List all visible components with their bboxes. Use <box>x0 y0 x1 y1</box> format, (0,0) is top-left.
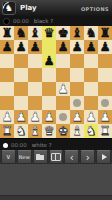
piece-white-pawn[interactable]: ♟ <box>85 110 96 124</box>
piece-white-pawn[interactable]: ♟ <box>15 110 26 124</box>
legal-move-dot[interactable] <box>59 113 67 121</box>
app-logo-icon: ♞ <box>2 1 16 15</box>
chess-board[interactable]: ♜♞♝♛♚♝♞♜♟♟♟♟♟♟♟♟♟♟♟♟♟♟♟♟♜♞♝♛♚♝♞♜ <box>0 26 112 138</box>
square-f8[interactable]: ♝ <box>70 26 84 40</box>
piece-white-pawn[interactable]: ♟ <box>1 110 12 124</box>
square-f6[interactable] <box>70 54 84 68</box>
square-g7[interactable]: ♟ <box>84 40 98 54</box>
square-c2[interactable]: ♟ <box>28 110 42 124</box>
square-g1[interactable]: ♞ <box>84 124 98 138</box>
redo-move-button[interactable]: › <box>80 150 95 164</box>
square-d5[interactable] <box>42 68 56 82</box>
square-b5[interactable] <box>14 68 28 82</box>
black-side-icon <box>3 18 10 25</box>
title-bar: ♞ Play OPTIONS <box>0 0 112 16</box>
square-f3[interactable] <box>70 96 84 110</box>
square-h2[interactable]: ♟ <box>98 110 112 124</box>
square-a4[interactable] <box>0 82 14 96</box>
chess-app-screen: ♞ Play OPTIONS 00:00 black ? ♜♞♝♛♚♝♞♜♟♟♟… <box>0 0 112 200</box>
piece-black-pawn[interactable]: ♟ <box>1 40 12 54</box>
square-a5[interactable] <box>0 68 14 82</box>
piece-white-pawn[interactable]: ♟ <box>29 110 40 124</box>
square-a1[interactable]: ♜ <box>0 124 14 138</box>
square-h6[interactable] <box>98 54 112 68</box>
square-c6[interactable] <box>28 54 42 68</box>
piece-white-bishop[interactable]: ♝ <box>29 124 40 138</box>
square-f5[interactable] <box>70 68 84 82</box>
piece-white-pawn[interactable]: ♟ <box>71 110 82 124</box>
square-g3[interactable] <box>84 96 98 110</box>
piece-white-bishop[interactable]: ♝ <box>71 124 82 138</box>
square-d1[interactable]: ♛ <box>42 124 56 138</box>
square-a3[interactable] <box>0 96 14 110</box>
piece-black-knight[interactable]: ♞ <box>85 26 96 40</box>
piece-black-knight[interactable]: ♞ <box>15 26 26 40</box>
black-clock: 00:00 <box>13 18 29 24</box>
square-h5[interactable] <box>98 68 112 82</box>
square-b1[interactable]: ♞ <box>14 124 28 138</box>
square-c7[interactable]: ♟ <box>28 40 42 54</box>
piece-black-queen[interactable]: ♛ <box>43 26 54 40</box>
piece-black-pawn[interactable]: ♟ <box>29 40 40 54</box>
square-a7[interactable]: ♟ <box>0 40 14 54</box>
piece-white-knight[interactable]: ♞ <box>15 124 26 138</box>
square-b4[interactable] <box>14 82 28 96</box>
square-g6[interactable] <box>84 54 98 68</box>
square-d4[interactable] <box>42 82 56 96</box>
square-f1[interactable]: ♝ <box>70 124 84 138</box>
square-g5[interactable] <box>84 68 98 82</box>
square-a6[interactable] <box>0 54 14 68</box>
square-d6[interactable]: ♟ <box>42 54 56 68</box>
square-g2[interactable]: ♟ <box>84 110 98 124</box>
legal-move-dot[interactable] <box>101 99 109 107</box>
load-save-button[interactable] <box>33 150 48 164</box>
bottom-strip <box>0 195 112 200</box>
square-b7[interactable]: ♟ <box>14 40 28 54</box>
square-c8[interactable]: ♝ <box>28 26 42 40</box>
piece-black-bishop[interactable]: ♝ <box>71 26 82 40</box>
piece-white-pawn[interactable]: ♟ <box>43 110 54 124</box>
square-g8[interactable]: ♞ <box>84 26 98 40</box>
piece-black-pawn[interactable]: ♟ <box>99 40 110 54</box>
piece-black-pawn[interactable]: ♟ <box>57 40 68 54</box>
square-e4[interactable]: ♟ <box>56 82 70 96</box>
piece-black-pawn[interactable]: ♟ <box>43 54 54 68</box>
square-e8[interactable]: ♚ <box>56 26 70 40</box>
piece-white-king[interactable]: ♚ <box>57 124 68 138</box>
collapse-toolbar-button[interactable]: ∨ <box>1 150 16 164</box>
square-h1[interactable]: ♜ <box>98 124 112 138</box>
square-c3[interactable] <box>28 96 42 110</box>
square-h8[interactable]: ♜ <box>98 26 112 40</box>
play-on-button[interactable] <box>96 150 111 164</box>
piece-black-rook[interactable]: ♜ <box>99 26 110 40</box>
square-e5[interactable] <box>56 68 70 82</box>
game-book-button[interactable] <box>49 150 64 164</box>
square-e1[interactable]: ♚ <box>56 124 70 138</box>
bottom-filler-panel <box>0 164 112 195</box>
piece-black-rook[interactable]: ♜ <box>1 26 12 40</box>
piece-white-rook[interactable]: ♜ <box>1 124 12 138</box>
square-f7[interactable]: ♟ <box>70 40 84 54</box>
square-b6[interactable] <box>14 54 28 68</box>
options-button[interactable]: OPTIONS <box>81 6 109 12</box>
square-f2[interactable]: ♟ <box>70 110 84 124</box>
square-b2[interactable]: ♟ <box>14 110 28 124</box>
chevron-left-icon: ‹ <box>70 152 74 163</box>
square-h3[interactable] <box>98 96 112 110</box>
piece-white-pawn[interactable]: ♟ <box>57 82 68 96</box>
chevron-right-icon: › <box>86 152 90 163</box>
piece-black-bishop[interactable]: ♝ <box>29 26 40 40</box>
page-title: Play <box>20 4 37 12</box>
chevron-down-icon: ∨ <box>6 151 11 163</box>
logo-swoosh <box>1 0 18 16</box>
black-player-name: black ? <box>34 18 53 24</box>
piece-white-queen[interactable]: ♛ <box>43 124 54 138</box>
square-g4[interactable] <box>84 82 98 96</box>
square-e2[interactable] <box>56 110 70 124</box>
square-h4[interactable] <box>98 82 112 96</box>
square-d7[interactable] <box>42 40 56 54</box>
piece-black-pawn[interactable]: ♟ <box>15 40 26 54</box>
piece-white-knight[interactable]: ♞ <box>85 124 96 138</box>
square-e7[interactable]: ♟ <box>56 40 70 54</box>
square-f4[interactable] <box>70 82 84 96</box>
piece-black-king[interactable]: ♚ <box>57 26 68 40</box>
square-e3[interactable] <box>56 96 70 110</box>
square-b8[interactable]: ♞ <box>14 26 28 40</box>
white-clock: 00:00 <box>11 142 27 148</box>
game-toolbar: ∨New‹› <box>0 150 112 164</box>
square-a8[interactable]: ♜ <box>0 26 14 40</box>
legal-move-dot[interactable] <box>73 99 81 107</box>
square-h7[interactable]: ♟ <box>98 40 112 54</box>
play-flag-icon <box>102 154 107 160</box>
square-c5[interactable] <box>28 68 42 82</box>
white-player-name: white ? <box>32 142 52 148</box>
folder-icon <box>36 155 44 160</box>
book-icon <box>51 153 61 161</box>
piece-black-pawn[interactable]: ♟ <box>71 40 82 54</box>
square-c1[interactable]: ♝ <box>28 124 42 138</box>
new-game-button[interactable]: New <box>17 150 32 164</box>
piece-white-pawn[interactable]: ♟ <box>99 110 110 124</box>
square-d3[interactable] <box>42 96 56 110</box>
square-c4[interactable] <box>28 82 42 96</box>
piece-white-rook[interactable]: ♜ <box>99 124 110 138</box>
square-d2[interactable]: ♟ <box>42 110 56 124</box>
undo-move-button[interactable]: ‹ <box>64 150 79 164</box>
square-d8[interactable]: ♛ <box>42 26 56 40</box>
square-b3[interactable] <box>14 96 28 110</box>
square-a2[interactable]: ♟ <box>0 110 14 124</box>
white-side-icon <box>3 143 8 148</box>
new-game-button-label: New <box>19 154 30 160</box>
piece-black-pawn[interactable]: ♟ <box>85 40 96 54</box>
square-e6[interactable] <box>56 54 70 68</box>
